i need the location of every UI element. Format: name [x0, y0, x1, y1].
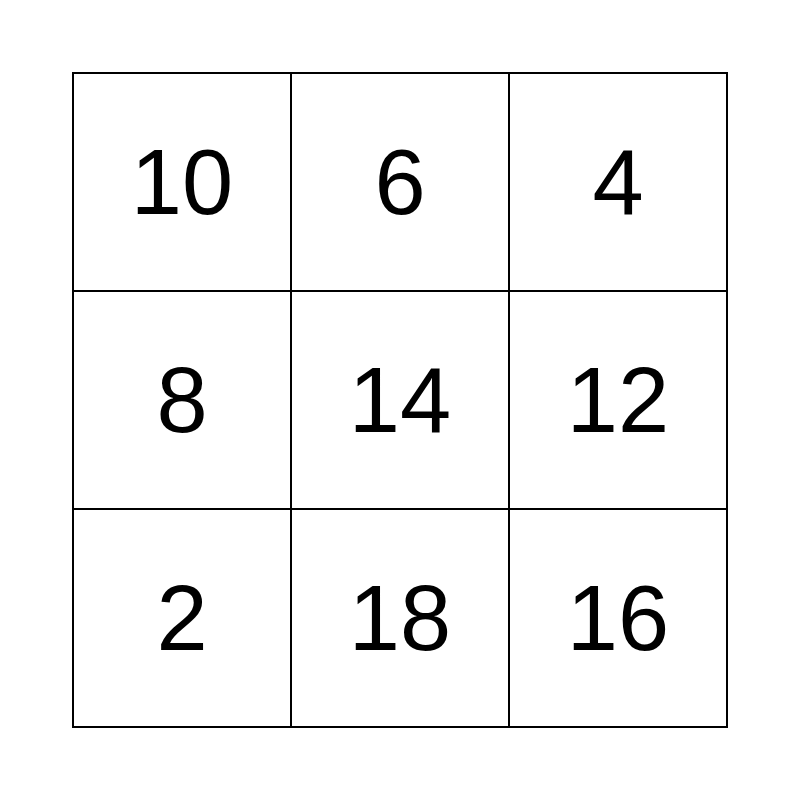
cell-number: 14	[349, 354, 451, 446]
grid-cell-r1c3[interactable]: 4	[509, 73, 727, 291]
grid-cell-r3c2[interactable]: 18	[291, 509, 509, 727]
cell-number: 12	[567, 354, 669, 446]
cell-number: 16	[567, 572, 669, 664]
cell-number: 10	[131, 136, 233, 228]
grid-cell-r3c3[interactable]: 16	[509, 509, 727, 727]
grid-cell-r3c1[interactable]: 2	[73, 509, 291, 727]
cell-number: 18	[349, 572, 451, 664]
cell-number: 2	[156, 572, 207, 664]
cell-number: 4	[592, 136, 643, 228]
cell-number: 8	[156, 354, 207, 446]
grid-cell-r2c3[interactable]: 12	[509, 291, 727, 509]
bingo-board: 10 6 4 8 14 12 2 18 16	[72, 72, 728, 728]
grid-cell-r2c1[interactable]: 8	[73, 291, 291, 509]
grid-cell-r1c2[interactable]: 6	[291, 73, 509, 291]
grid-cell-r2c2[interactable]: 14	[291, 291, 509, 509]
grid-cell-r1c1[interactable]: 10	[73, 73, 291, 291]
cell-number: 6	[374, 136, 425, 228]
